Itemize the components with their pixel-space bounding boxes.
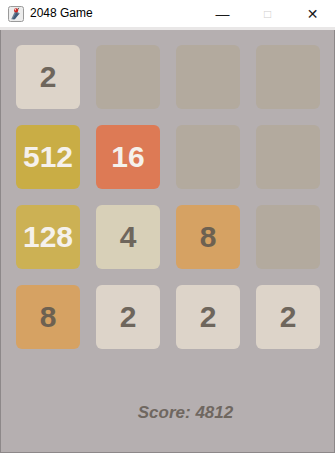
caption-buttons: — □ ✕ [200, 0, 335, 27]
empty-cell-r1c4 [256, 45, 320, 109]
empty-cell-r1c2 [96, 45, 160, 109]
empty-cell-r2c3 [176, 125, 240, 189]
tk-feather-icon[interactable] [8, 6, 24, 22]
tile-2-r1c1: 2 [16, 45, 80, 109]
titlebar[interactable]: 2048 Game — □ ✕ [0, 0, 335, 30]
tile-8-r3c3: 8 [176, 205, 240, 269]
minimize-button[interactable]: — [200, 0, 245, 27]
tile-512-r2c1: 512 [16, 125, 80, 189]
tile-2-r4c3: 2 [176, 285, 240, 349]
close-button[interactable]: ✕ [290, 0, 335, 27]
tile-128-r3c1: 128 [16, 205, 80, 269]
app-window: 2048 Game — □ ✕ 251216128488222 Score: 4… [0, 0, 335, 453]
maximize-button[interactable]: □ [245, 0, 290, 27]
score-label: Score: 4812 [0, 403, 335, 423]
tile-4-r3c2: 4 [96, 205, 160, 269]
empty-cell-r3c4 [256, 205, 320, 269]
tile-16-r2c2: 16 [96, 125, 160, 189]
empty-cell-r1c3 [176, 45, 240, 109]
tile-2-r4c2: 2 [96, 285, 160, 349]
empty-cell-r2c4 [256, 125, 320, 189]
tile-2-r4c4: 2 [256, 285, 320, 349]
window-title: 2048 Game [30, 0, 93, 27]
tile-8-r4c1: 8 [16, 285, 80, 349]
board-grid: 251216128488222 [16, 45, 320, 349]
